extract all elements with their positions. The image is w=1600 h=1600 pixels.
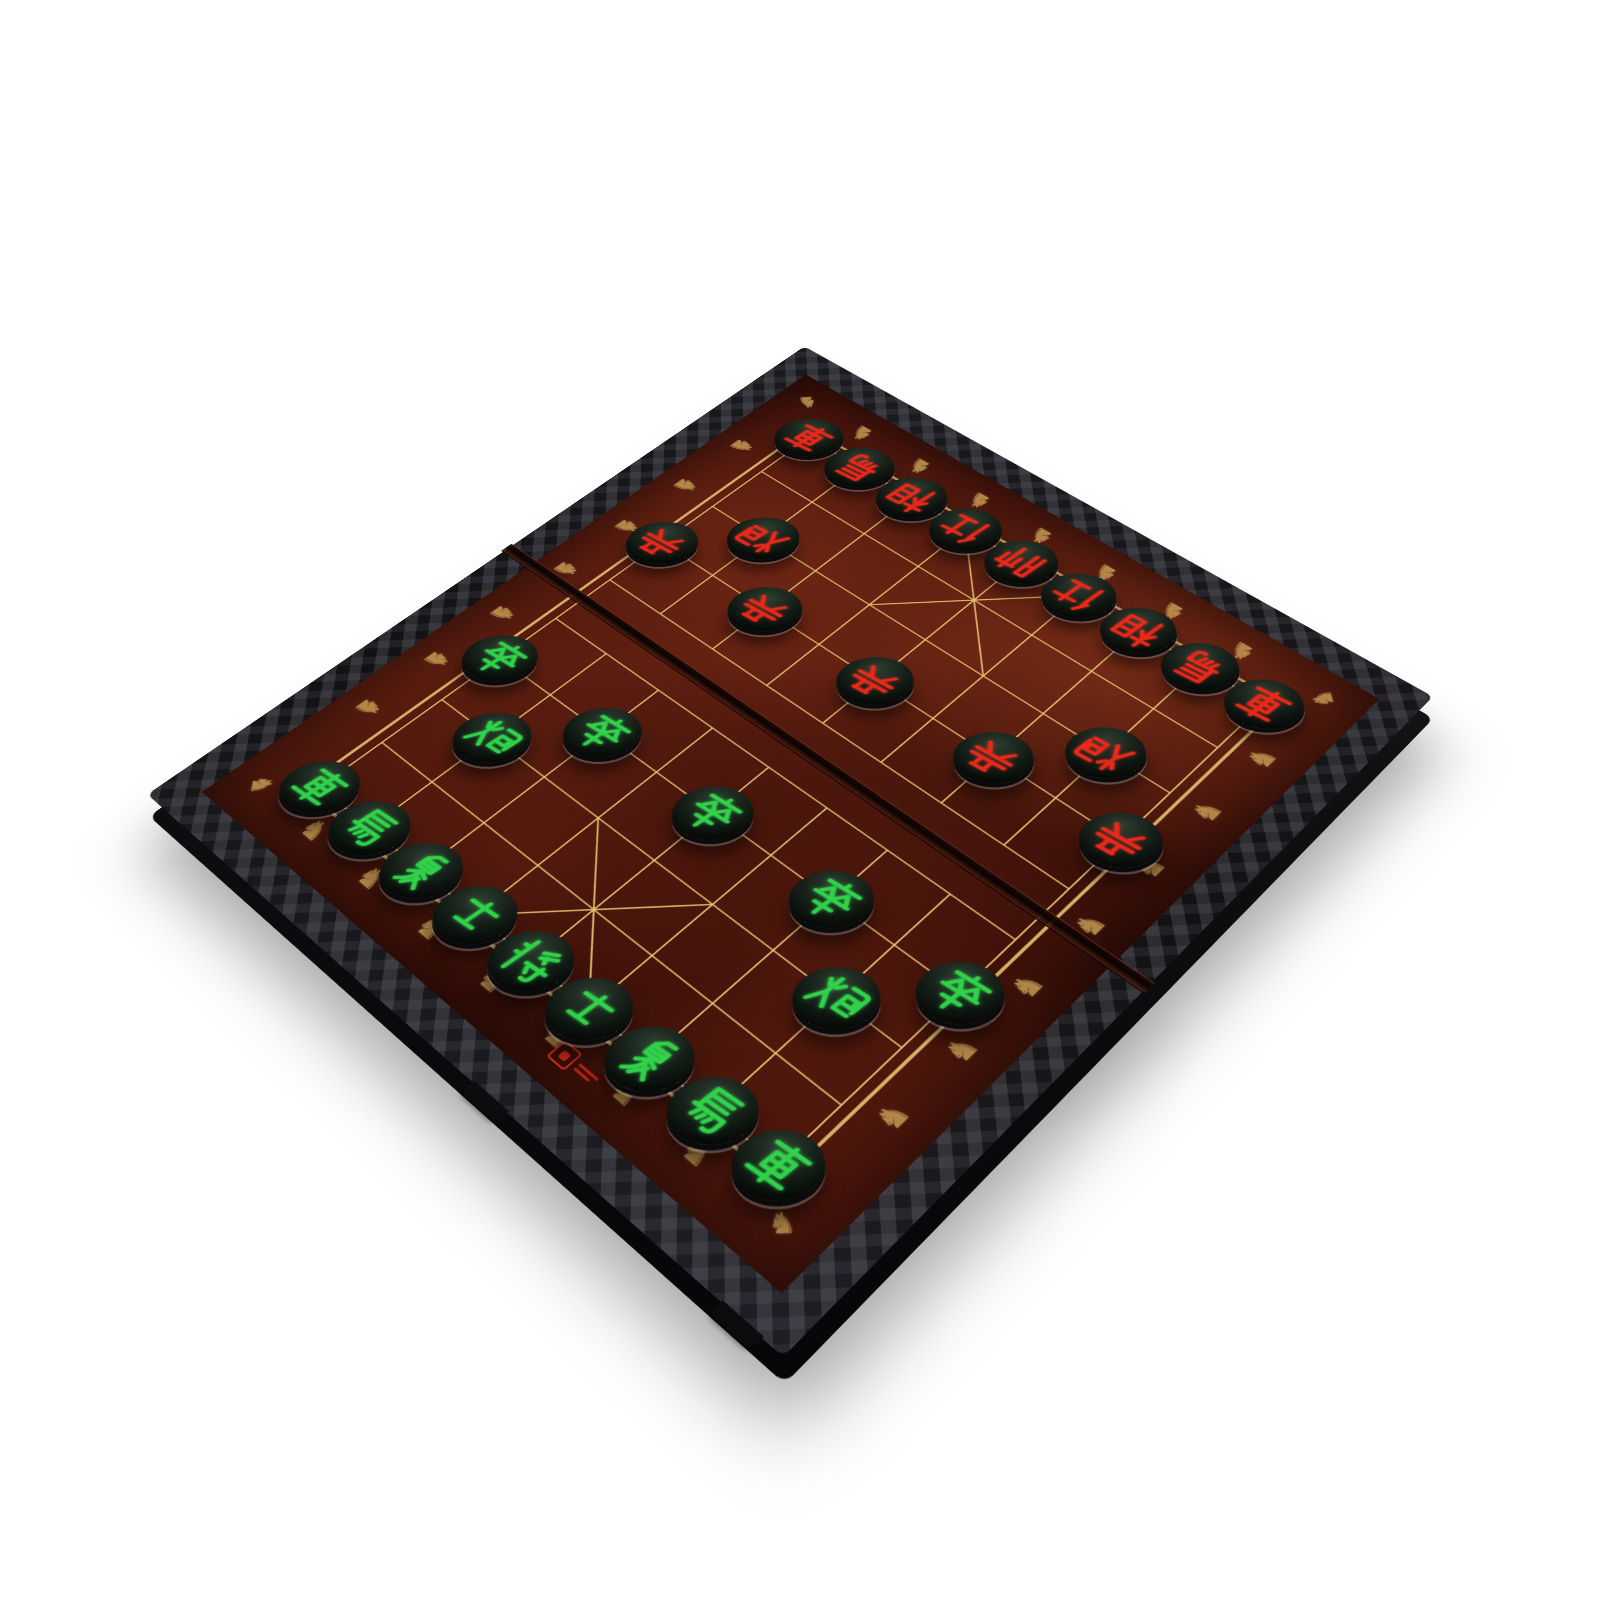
green-soldier-glyph <box>673 787 752 839</box>
piece-red-soldier[interactable] <box>611 514 713 573</box>
green-cannon-glyph <box>454 714 530 762</box>
carriage-motif-icon: ♞ <box>535 1015 581 1054</box>
carriage-motif-icon: ♞ <box>293 813 336 846</box>
carriage-motif-icon: ♞ <box>1004 967 1050 1005</box>
green-advisor-glyph <box>546 979 631 1039</box>
red-elephant-glyph <box>1101 609 1174 653</box>
green-horse-glyph <box>330 802 409 854</box>
red-advisor-glyph <box>930 509 1000 549</box>
red-soldier-glyph <box>838 658 913 704</box>
green-soldier-glyph <box>564 709 640 757</box>
piece-red-soldier[interactable] <box>937 722 1050 794</box>
piece-green-horse[interactable] <box>648 1064 778 1160</box>
carriage-motif-icon: ♞ <box>1241 743 1283 774</box>
green-cannon-glyph <box>794 968 879 1028</box>
carriage-motif-icon: ♞ <box>767 1208 797 1239</box>
carriage-motif-icon: ♞ <box>938 1030 985 1070</box>
red-advisor-glyph <box>1042 574 1114 617</box>
piece-green-advisor[interactable] <box>415 875 535 957</box>
green-soldier-glyph <box>917 963 1002 1023</box>
maker-seal <box>546 1040 606 1091</box>
green-advisor-glyph <box>434 887 516 943</box>
red-soldier-glyph <box>729 588 801 631</box>
green-horse-glyph <box>668 1078 757 1143</box>
carriage-motif-icon: ♞ <box>1185 795 1228 828</box>
green-chariot-glyph <box>281 762 359 812</box>
carriage-motif-icon: ♞ <box>350 861 393 895</box>
piece-green-elephant[interactable] <box>586 1014 713 1106</box>
green-chariot-glyph <box>733 1131 824 1199</box>
piece-green-soldier[interactable] <box>446 626 553 691</box>
piece-green-advisor[interactable] <box>527 966 652 1054</box>
red-chariot-glyph <box>1226 680 1302 727</box>
carriage-motif-icon: ♞ <box>869 1096 917 1138</box>
xiangqi-board: ♞♞♞♞♞♞♞♞♞♞♞♞♞♞♞♞♞♞♞♞♞♞♞♞♞♞♞♞♞♞♞♞ <box>147 346 1433 1356</box>
red-cannon-glyph <box>1067 728 1145 777</box>
piece-red-soldier[interactable] <box>1062 802 1179 880</box>
piece-red-soldier[interactable] <box>712 578 817 641</box>
red-general-glyph <box>985 541 1056 582</box>
green-elephant-glyph <box>606 1028 693 1091</box>
carriage-motif-icon: ♞ <box>602 1072 649 1113</box>
piece-green-soldier[interactable] <box>898 950 1023 1038</box>
red-chariot-glyph <box>776 420 843 456</box>
green-elephant-glyph <box>381 844 461 898</box>
piece-green-soldier[interactable] <box>547 698 658 768</box>
green-general-glyph <box>489 932 573 990</box>
board-frame: ♞♞♞♞♞♞♞♞♞♞♞♞♞♞♞♞♞♞♞♞♞♞♞♞♞♞♞♞♞♞♞♞ <box>147 346 1433 1356</box>
carriage-motif-icon: ♞ <box>470 962 515 999</box>
piece-green-soldier[interactable] <box>772 859 892 940</box>
red-soldier-glyph <box>1080 814 1160 867</box>
piece-green-horse[interactable] <box>312 791 427 867</box>
red-horse-glyph <box>1162 644 1237 690</box>
piece-red-soldier[interactable] <box>820 648 929 715</box>
seal-stamp-icon <box>546 1040 583 1071</box>
red-horse-glyph <box>826 449 894 487</box>
carriage-motif-icon: ♞ <box>409 910 453 946</box>
piece-green-soldier[interactable] <box>655 776 770 851</box>
red-soldier-glyph <box>627 523 697 563</box>
scene: ♞♞♞♞♞♞♞♞♞♞♞♞♞♞♞♞♞♞♞♞♞♞♞♞♞♞♞♞♞♞♞♞ <box>0 0 1600 1600</box>
green-soldier-glyph <box>790 872 872 928</box>
piece-green-cannon[interactable] <box>774 955 899 1043</box>
piece-green-general[interactable] <box>470 919 592 1004</box>
piece-layer <box>147 346 1433 1356</box>
carriage-motif-icon: ♞ <box>246 775 277 795</box>
green-soldier-glyph <box>463 636 536 681</box>
carriage-motif-icon: ♞ <box>1128 850 1172 884</box>
carriage-motif-icon: ♞ <box>1067 907 1112 943</box>
piece-green-elephant[interactable] <box>363 832 480 911</box>
seal-text-marks <box>573 1063 600 1086</box>
piece-red-cannon[interactable] <box>1049 717 1162 789</box>
red-soldier-glyph <box>954 733 1032 782</box>
red-elephant-glyph <box>877 479 946 518</box>
piece-green-chariot[interactable] <box>263 751 376 824</box>
piece-green-chariot[interactable] <box>712 1116 845 1216</box>
red-cannon-glyph <box>728 518 798 558</box>
carriage-motif-icon: ♞ <box>673 1131 721 1174</box>
piece-green-cannon[interactable] <box>437 703 548 773</box>
piece-red-cannon[interactable] <box>712 509 814 568</box>
